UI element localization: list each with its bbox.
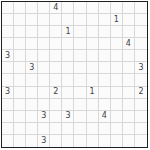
cell-r0c0[interactable] — [2, 2, 14, 14]
puzzle-board: 411433332123343 — [1, 1, 148, 148]
clue-cell-r5c2[interactable]: 3 — [26, 62, 38, 74]
cell-r11c7[interactable] — [87, 135, 99, 147]
cell-r4c9[interactable] — [111, 50, 123, 62]
cell-r0c11[interactable] — [135, 2, 147, 14]
cell-r2c1[interactable] — [14, 26, 26, 38]
cell-r4c5[interactable] — [62, 50, 74, 62]
cell-r11c8[interactable] — [99, 135, 111, 147]
cell-r1c10[interactable] — [123, 14, 135, 26]
clue-cell-r2c5[interactable]: 1 — [62, 26, 74, 38]
cell-r7c8[interactable] — [99, 87, 111, 99]
cell-r10c1[interactable] — [14, 123, 26, 135]
cell-r9c10[interactable] — [123, 111, 135, 123]
cell-r8c4[interactable] — [50, 99, 62, 111]
cell-r9c0[interactable] — [2, 111, 14, 123]
cell-r10c3[interactable] — [38, 123, 50, 135]
cell-r1c0[interactable] — [2, 14, 14, 26]
clue-cell-r7c0[interactable]: 3 — [2, 87, 14, 99]
cell-r4c2[interactable] — [26, 50, 38, 62]
cell-r10c4[interactable] — [50, 123, 62, 135]
cell-r8c7[interactable] — [87, 99, 99, 111]
cell-r9c11[interactable] — [135, 111, 147, 123]
clue-cell-r0c4[interactable]: 4 — [50, 2, 62, 14]
cell-r11c2[interactable] — [26, 135, 38, 147]
cell-r4c7[interactable] — [87, 50, 99, 62]
cell-r4c3[interactable] — [38, 50, 50, 62]
cell-r2c11[interactable] — [135, 26, 147, 38]
cell-r2c4[interactable] — [50, 26, 62, 38]
clue-cell-r4c0[interactable]: 3 — [2, 50, 14, 62]
cell-r1c1[interactable] — [14, 14, 26, 26]
cell-r10c8[interactable] — [99, 123, 111, 135]
cell-r5c3[interactable] — [38, 62, 50, 74]
cell-r7c9[interactable] — [111, 87, 123, 99]
cell-r4c1[interactable] — [14, 50, 26, 62]
cell-r11c6[interactable] — [74, 135, 86, 147]
cell-r4c11[interactable] — [135, 50, 147, 62]
cell-r11c1[interactable] — [14, 135, 26, 147]
cell-r1c3[interactable] — [38, 14, 50, 26]
cell-r8c6[interactable] — [74, 99, 86, 111]
cell-r2c0[interactable] — [2, 26, 14, 38]
cell-r3c8[interactable] — [99, 38, 111, 50]
clue-cell-r9c3[interactable]: 3 — [38, 111, 50, 123]
cell-r10c11[interactable] — [135, 123, 147, 135]
cell-r10c2[interactable] — [26, 123, 38, 135]
cell-r9c1[interactable] — [14, 111, 26, 123]
cell-r9c7[interactable] — [87, 111, 99, 123]
cell-r7c5[interactable] — [62, 87, 74, 99]
clue-cell-r9c5[interactable]: 3 — [62, 111, 74, 123]
cell-r6c2[interactable] — [26, 74, 38, 86]
cell-r0c2[interactable] — [26, 2, 38, 14]
clue-cell-r3c10[interactable]: 4 — [123, 38, 135, 50]
cell-r8c10[interactable] — [123, 99, 135, 111]
cell-r10c5[interactable] — [62, 123, 74, 135]
cell-r9c4[interactable] — [50, 111, 62, 123]
cell-r7c3[interactable] — [38, 87, 50, 99]
cell-r1c5[interactable] — [62, 14, 74, 26]
cell-r1c11[interactable] — [135, 14, 147, 26]
cell-r0c7[interactable] — [87, 2, 99, 14]
cell-r3c6[interactable] — [74, 38, 86, 50]
cell-r3c3[interactable] — [38, 38, 50, 50]
cell-r5c1[interactable] — [14, 62, 26, 74]
cell-r2c10[interactable] — [123, 26, 135, 38]
cell-r8c2[interactable] — [26, 99, 38, 111]
cell-r3c0[interactable] — [2, 38, 14, 50]
cell-r7c10[interactable] — [123, 87, 135, 99]
cell-r0c3[interactable] — [38, 2, 50, 14]
cell-r2c2[interactable] — [26, 26, 38, 38]
cell-r9c2[interactable] — [26, 111, 38, 123]
cell-r6c1[interactable] — [14, 74, 26, 86]
clue-cell-r7c11[interactable]: 2 — [135, 87, 147, 99]
cell-r6c8[interactable] — [99, 74, 111, 86]
cell-r5c10[interactable] — [123, 62, 135, 74]
cell-r3c11[interactable] — [135, 38, 147, 50]
cell-r6c5[interactable] — [62, 74, 74, 86]
cell-r1c7[interactable] — [87, 14, 99, 26]
cell-r5c4[interactable] — [50, 62, 62, 74]
cell-r3c4[interactable] — [50, 38, 62, 50]
clue-cell-r1c9[interactable]: 1 — [111, 14, 123, 26]
cell-r0c9[interactable] — [111, 2, 123, 14]
cell-r11c4[interactable] — [50, 135, 62, 147]
cell-r2c6[interactable] — [74, 26, 86, 38]
cell-r10c6[interactable] — [74, 123, 86, 135]
cell-r5c8[interactable] — [99, 62, 111, 74]
cell-r2c9[interactable] — [111, 26, 123, 38]
cell-r11c11[interactable] — [135, 135, 147, 147]
cell-r5c6[interactable] — [74, 62, 86, 74]
cell-r8c9[interactable] — [111, 99, 123, 111]
cell-r8c8[interactable] — [99, 99, 111, 111]
cell-r4c6[interactable] — [74, 50, 86, 62]
clue-cell-r11c3[interactable]: 3 — [38, 135, 50, 147]
cell-r9c6[interactable] — [74, 111, 86, 123]
cell-r10c0[interactable] — [2, 123, 14, 135]
cell-r1c2[interactable] — [26, 14, 38, 26]
cell-r6c4[interactable] — [50, 74, 62, 86]
cell-r6c6[interactable] — [74, 74, 86, 86]
cell-r5c0[interactable] — [2, 62, 14, 74]
cell-r7c1[interactable] — [14, 87, 26, 99]
cell-r0c8[interactable] — [99, 2, 111, 14]
cell-r6c11[interactable] — [135, 74, 147, 86]
cell-r3c7[interactable] — [87, 38, 99, 50]
cell-r0c6[interactable] — [74, 2, 86, 14]
cell-r6c10[interactable] — [123, 74, 135, 86]
cell-r3c1[interactable] — [14, 38, 26, 50]
cell-r4c4[interactable] — [50, 50, 62, 62]
clue-cell-r5c11[interactable]: 3 — [135, 62, 147, 74]
cell-r2c8[interactable] — [99, 26, 111, 38]
cell-r6c7[interactable] — [87, 74, 99, 86]
cell-r7c6[interactable] — [74, 87, 86, 99]
cell-r1c8[interactable] — [99, 14, 111, 26]
cell-r6c9[interactable] — [111, 74, 123, 86]
cell-r8c1[interactable] — [14, 99, 26, 111]
cell-r5c7[interactable] — [87, 62, 99, 74]
cell-r11c10[interactable] — [123, 135, 135, 147]
cell-r5c9[interactable] — [111, 62, 123, 74]
cell-r8c3[interactable] — [38, 99, 50, 111]
cell-r10c7[interactable] — [87, 123, 99, 135]
cell-r1c6[interactable] — [74, 14, 86, 26]
cell-r10c10[interactable] — [123, 123, 135, 135]
cell-r6c3[interactable] — [38, 74, 50, 86]
cell-r3c2[interactable] — [26, 38, 38, 50]
cell-r10c9[interactable] — [111, 123, 123, 135]
cell-r2c7[interactable] — [87, 26, 99, 38]
clue-cell-r9c8[interactable]: 4 — [99, 111, 111, 123]
cell-r2c3[interactable] — [38, 26, 50, 38]
cell-r8c0[interactable] — [2, 99, 14, 111]
cell-r4c8[interactable] — [99, 50, 111, 62]
cell-r11c5[interactable] — [62, 135, 74, 147]
cell-r0c10[interactable] — [123, 2, 135, 14]
cell-r0c1[interactable] — [14, 2, 26, 14]
cell-r1c4[interactable] — [50, 14, 62, 26]
cell-r3c9[interactable] — [111, 38, 123, 50]
cell-r11c9[interactable] — [111, 135, 123, 147]
cell-r7c2[interactable] — [26, 87, 38, 99]
clue-cell-r7c4[interactable]: 2 — [50, 87, 62, 99]
clue-cell-r7c7[interactable]: 1 — [87, 87, 99, 99]
cell-r4c10[interactable] — [123, 50, 135, 62]
cell-r0c5[interactable] — [62, 2, 74, 14]
cell-r6c0[interactable] — [2, 74, 14, 86]
cell-r5c5[interactable] — [62, 62, 74, 74]
cell-r11c0[interactable] — [2, 135, 14, 147]
cell-r8c5[interactable] — [62, 99, 74, 111]
cell-r8c11[interactable] — [135, 99, 147, 111]
cell-r9c9[interactable] — [111, 111, 123, 123]
cell-r3c5[interactable] — [62, 38, 74, 50]
